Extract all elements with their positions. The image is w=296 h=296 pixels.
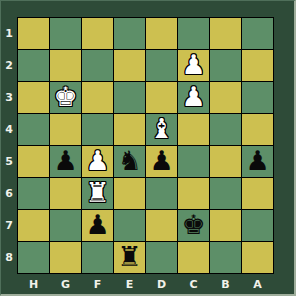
square-b2[interactable] [210, 50, 241, 81]
square-e5[interactable]: ♞ [114, 146, 145, 177]
piece-bK-c7[interactable]: ♚ [181, 209, 205, 240]
piece-bP-f7[interactable]: ♟ [85, 209, 109, 240]
file-label-h: H [18, 275, 49, 293]
square-a7[interactable] [242, 210, 273, 241]
square-d1[interactable] [146, 18, 177, 49]
square-c3[interactable]: ♟ [178, 82, 209, 113]
piece-bP-g5[interactable]: ♟ [53, 145, 77, 176]
square-a2[interactable] [242, 50, 273, 81]
board-frame: 12345678 ♟♚♟♝♟♟♞♟♟♜♟♚♜ HGFEDCBA [0, 0, 296, 296]
piece-wK-g3[interactable]: ♚ [53, 81, 77, 112]
square-c2[interactable]: ♟ [178, 50, 209, 81]
file-label-b: B [210, 275, 241, 293]
square-h1[interactable] [18, 18, 49, 49]
square-e6[interactable] [114, 178, 145, 209]
square-a4[interactable] [242, 114, 273, 145]
square-h4[interactable] [18, 114, 49, 145]
square-c8[interactable] [178, 242, 209, 273]
square-d5[interactable]: ♟ [146, 146, 177, 177]
piece-wB-d4[interactable]: ♝ [149, 113, 173, 144]
square-f7[interactable]: ♟ [82, 210, 113, 241]
file-label-d: D [146, 275, 177, 293]
square-g8[interactable] [50, 242, 81, 273]
square-e2[interactable] [114, 50, 145, 81]
square-h5[interactable] [18, 146, 49, 177]
square-e1[interactable] [114, 18, 145, 49]
square-g5[interactable]: ♟ [50, 146, 81, 177]
square-d8[interactable] [146, 242, 177, 273]
square-g7[interactable] [50, 210, 81, 241]
square-d6[interactable] [146, 178, 177, 209]
piece-wP-c2[interactable]: ♟ [181, 49, 205, 80]
rank-label-6: 6 [1, 178, 17, 209]
square-b7[interactable] [210, 210, 241, 241]
square-g1[interactable] [50, 18, 81, 49]
square-h8[interactable] [18, 242, 49, 273]
square-b6[interactable] [210, 178, 241, 209]
square-g6[interactable] [50, 178, 81, 209]
square-g3[interactable]: ♚ [50, 82, 81, 113]
square-f2[interactable] [82, 50, 113, 81]
piece-wP-c3[interactable]: ♟ [181, 81, 205, 112]
file-label-a: A [242, 275, 273, 293]
square-b3[interactable] [210, 82, 241, 113]
piece-bN-e5[interactable]: ♞ [117, 145, 141, 176]
rank-label-8: 8 [1, 242, 17, 273]
square-g4[interactable] [50, 114, 81, 145]
square-b1[interactable] [210, 18, 241, 49]
square-a8[interactable] [242, 242, 273, 273]
square-h7[interactable] [18, 210, 49, 241]
square-a6[interactable] [242, 178, 273, 209]
square-e7[interactable] [114, 210, 145, 241]
square-f4[interactable] [82, 114, 113, 145]
square-h6[interactable] [18, 178, 49, 209]
rank-label-5: 5 [1, 146, 17, 177]
square-c6[interactable] [178, 178, 209, 209]
square-d7[interactable] [146, 210, 177, 241]
square-e3[interactable] [114, 82, 145, 113]
square-g2[interactable] [50, 50, 81, 81]
square-c5[interactable] [178, 146, 209, 177]
square-b4[interactable] [210, 114, 241, 145]
square-b5[interactable] [210, 146, 241, 177]
rank-label-4: 4 [1, 114, 17, 145]
rank-label-1: 1 [1, 18, 17, 49]
file-labels: HGFEDCBA [18, 275, 273, 293]
file-label-g: G [50, 275, 81, 293]
piece-wR-f6[interactable]: ♜ [85, 177, 109, 208]
piece-bR-e8[interactable]: ♜ [117, 241, 141, 272]
square-f5[interactable]: ♟ [82, 146, 113, 177]
square-a5[interactable]: ♟ [242, 146, 273, 177]
square-d4[interactable]: ♝ [146, 114, 177, 145]
piece-bP-d5[interactable]: ♟ [149, 145, 173, 176]
square-b8[interactable] [210, 242, 241, 273]
file-label-f: F [82, 275, 113, 293]
square-f1[interactable] [82, 18, 113, 49]
square-f6[interactable]: ♜ [82, 178, 113, 209]
square-c1[interactable] [178, 18, 209, 49]
file-label-c: C [178, 275, 209, 293]
piece-wP-f5[interactable]: ♟ [85, 145, 109, 176]
square-e4[interactable] [114, 114, 145, 145]
square-a1[interactable] [242, 18, 273, 49]
square-d2[interactable] [146, 50, 177, 81]
square-e8[interactable]: ♜ [114, 242, 145, 273]
square-c4[interactable] [178, 114, 209, 145]
rank-label-3: 3 [1, 82, 17, 113]
rank-label-7: 7 [1, 210, 17, 241]
square-a3[interactable] [242, 82, 273, 113]
square-d3[interactable] [146, 82, 177, 113]
square-f8[interactable] [82, 242, 113, 273]
square-c7[interactable]: ♚ [178, 210, 209, 241]
rank-label-2: 2 [1, 50, 17, 81]
square-h3[interactable] [18, 82, 49, 113]
piece-bP-a5[interactable]: ♟ [245, 145, 269, 176]
square-f3[interactable] [82, 82, 113, 113]
rank-labels: 12345678 [1, 18, 17, 273]
chess-board: ♟♚♟♝♟♟♞♟♟♜♟♚♜ [17, 17, 274, 274]
file-label-e: E [114, 275, 145, 293]
square-h2[interactable] [18, 50, 49, 81]
